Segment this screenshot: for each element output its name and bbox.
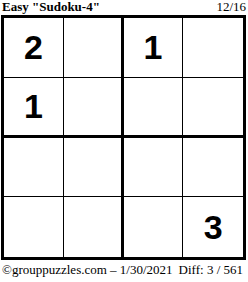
cell-r3c4-empty[interactable] — [183, 138, 243, 198]
difficulty-text: Diff: 3 / 561 — [179, 263, 243, 277]
footer: ©grouppuzzles.com – 1/30/2021 Diff: 3 / … — [2, 263, 243, 279]
cell-r4c4-given: 3 — [183, 197, 243, 257]
cell-r4c3-empty[interactable] — [124, 197, 184, 257]
cell-r3c3-empty[interactable] — [124, 138, 184, 198]
cell-r2c4-empty[interactable] — [183, 78, 243, 138]
cell-r2c3-empty[interactable] — [124, 78, 184, 138]
cell-r1c3-given: 1 — [124, 18, 184, 78]
cell-r1c4-empty[interactable] — [183, 18, 243, 78]
clue-counter: 12/16 — [216, 0, 246, 14]
copyright-text: ©grouppuzzles.com – 1/30/2021 — [2, 263, 173, 277]
cell-r3c2-empty[interactable] — [64, 138, 124, 198]
header: Easy "Sudoku-4" 12/16 — [2, 0, 246, 15]
puzzle-page: Easy "Sudoku-4" 12/16 2113 ©grouppuzzles… — [0, 0, 248, 282]
puzzle-title: Easy "Sudoku-4" — [2, 0, 100, 14]
cell-r1c2-empty[interactable] — [64, 18, 124, 78]
cell-r2c2-empty[interactable] — [64, 78, 124, 138]
sudoku-board: 2113 — [1, 15, 246, 260]
cell-r2c1-given: 1 — [4, 78, 64, 138]
cell-r1c1-given: 2 — [4, 18, 64, 78]
cell-r3c1-empty[interactable] — [4, 138, 64, 198]
cell-r4c2-empty[interactable] — [64, 197, 124, 257]
cell-r4c1-empty[interactable] — [4, 197, 64, 257]
